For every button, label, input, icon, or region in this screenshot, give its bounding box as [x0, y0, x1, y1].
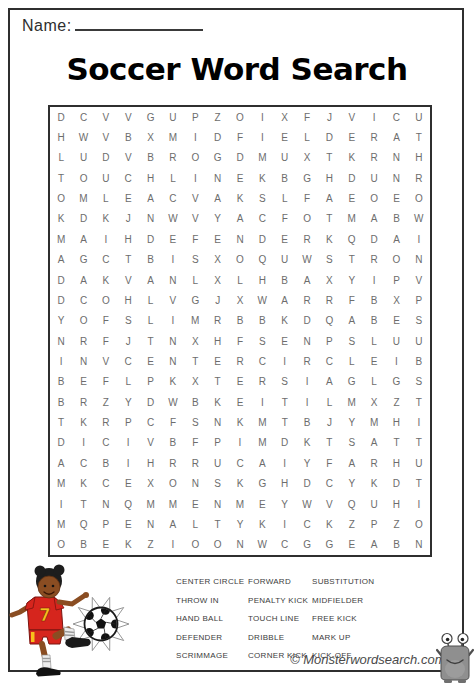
- grid-cell[interactable]: D: [50, 433, 72, 453]
- grid-cell[interactable]: T: [408, 474, 430, 494]
- grid-cell[interactable]: E: [139, 351, 161, 371]
- grid-cell[interactable]: D: [50, 107, 72, 127]
- grid-cell[interactable]: R: [72, 392, 94, 412]
- grid-cell[interactable]: I: [408, 494, 430, 514]
- grid-cell[interactable]: P: [408, 290, 430, 310]
- grid-cell[interactable]: C: [318, 351, 340, 371]
- grid-cell[interactable]: M: [72, 188, 94, 208]
- grid-cell[interactable]: L: [363, 331, 385, 351]
- grid-cell[interactable]: O: [229, 107, 251, 127]
- grid-cell[interactable]: K: [72, 412, 94, 432]
- grid-cell[interactable]: X: [385, 290, 407, 310]
- grid-cell[interactable]: I: [251, 127, 273, 147]
- grid-cell[interactable]: L: [274, 188, 296, 208]
- grid-cell[interactable]: B: [162, 433, 184, 453]
- grid-cell[interactable]: A: [229, 209, 251, 229]
- grid-cell[interactable]: C: [117, 351, 139, 371]
- grid-cell[interactable]: X: [139, 127, 161, 147]
- grid-cell[interactable]: K: [318, 229, 340, 249]
- grid-cell[interactable]: E: [229, 372, 251, 392]
- grid-cell[interactable]: E: [117, 188, 139, 208]
- grid-cell[interactable]: R: [95, 412, 117, 432]
- grid-cell[interactable]: C: [72, 290, 94, 310]
- grid-cell[interactable]: N: [229, 535, 251, 555]
- grid-cell[interactable]: I: [251, 392, 273, 412]
- grid-cell[interactable]: H: [206, 331, 228, 351]
- grid-cell[interactable]: C: [139, 412, 161, 432]
- grid-cell[interactable]: P: [206, 433, 228, 453]
- grid-cell[interactable]: X: [318, 270, 340, 290]
- grid-cell[interactable]: B: [139, 148, 161, 168]
- grid-cell[interactable]: I: [229, 433, 251, 453]
- grid-cell[interactable]: F: [162, 412, 184, 432]
- grid-cell[interactable]: O: [206, 535, 228, 555]
- grid-cell[interactable]: N: [296, 331, 318, 351]
- grid-cell[interactable]: I: [274, 453, 296, 473]
- grid-cell[interactable]: N: [229, 229, 251, 249]
- grid-cell[interactable]: P: [363, 514, 385, 534]
- grid-cell[interactable]: K: [229, 474, 251, 494]
- grid-cell[interactable]: T: [318, 209, 340, 229]
- grid-cell[interactable]: I: [117, 433, 139, 453]
- grid-cell[interactable]: C: [318, 474, 340, 494]
- grid-cell[interactable]: I: [296, 392, 318, 412]
- grid-cell[interactable]: V: [117, 148, 139, 168]
- grid-cell[interactable]: C: [296, 514, 318, 534]
- grid-cell[interactable]: N: [162, 270, 184, 290]
- grid-cell[interactable]: T: [72, 494, 94, 514]
- grid-cell[interactable]: E: [274, 331, 296, 351]
- grid-cell[interactable]: K: [251, 514, 273, 534]
- grid-cell[interactable]: K: [363, 474, 385, 494]
- grid-cell[interactable]: M: [50, 514, 72, 534]
- grid-cell[interactable]: A: [385, 127, 407, 147]
- grid-cell[interactable]: G: [341, 372, 363, 392]
- grid-cell[interactable]: B: [251, 311, 273, 331]
- grid-cell[interactable]: U: [274, 148, 296, 168]
- grid-cell[interactable]: B: [385, 535, 407, 555]
- grid-cell[interactable]: H: [408, 148, 430, 168]
- grid-cell[interactable]: K: [72, 474, 94, 494]
- grid-cell[interactable]: H: [251, 270, 273, 290]
- grid-cell[interactable]: N: [385, 148, 407, 168]
- grid-cell[interactable]: S: [184, 412, 206, 432]
- grid-cell[interactable]: M: [341, 392, 363, 412]
- grid-cell[interactable]: V: [184, 209, 206, 229]
- grid-cell[interactable]: L: [229, 270, 251, 290]
- grid-cell[interactable]: Y: [341, 474, 363, 494]
- grid-cell[interactable]: D: [341, 168, 363, 188]
- grid-cell[interactable]: X: [206, 270, 228, 290]
- grid-cell[interactable]: Q: [117, 494, 139, 514]
- grid-cell[interactable]: U: [72, 148, 94, 168]
- grid-cell[interactable]: S: [206, 474, 228, 494]
- grid-cell[interactable]: S: [341, 331, 363, 351]
- grid-cell[interactable]: B: [50, 372, 72, 392]
- grid-cell[interactable]: Y: [341, 412, 363, 432]
- grid-cell[interactable]: U: [408, 107, 430, 127]
- grid-cell[interactable]: I: [274, 514, 296, 534]
- grid-cell[interactable]: N: [162, 351, 184, 371]
- grid-cell[interactable]: K: [274, 311, 296, 331]
- grid-cell[interactable]: V: [117, 107, 139, 127]
- grid-cell[interactable]: A: [251, 453, 273, 473]
- grid-cell[interactable]: R: [229, 351, 251, 371]
- grid-cell[interactable]: A: [363, 209, 385, 229]
- grid-cell[interactable]: M: [251, 433, 273, 453]
- grid-cell[interactable]: I: [50, 494, 72, 514]
- grid-cell[interactable]: U: [363, 494, 385, 514]
- grid-cell[interactable]: D: [50, 270, 72, 290]
- grid-cell[interactable]: A: [341, 453, 363, 473]
- grid-cell[interactable]: I: [184, 168, 206, 188]
- grid-cell[interactable]: V: [117, 270, 139, 290]
- grid-cell[interactable]: V: [318, 494, 340, 514]
- grid-cell[interactable]: L: [318, 392, 340, 412]
- grid-cell[interactable]: F: [296, 107, 318, 127]
- grid-cell[interactable]: C: [117, 168, 139, 188]
- grid-cell[interactable]: M: [184, 311, 206, 331]
- grid-cell[interactable]: V: [95, 127, 117, 147]
- grid-cell[interactable]: F: [229, 331, 251, 351]
- grid-cell[interactable]: Z: [206, 107, 228, 127]
- grid-cell[interactable]: D: [251, 229, 273, 249]
- grid-cell[interactable]: T: [50, 412, 72, 432]
- grid-cell[interactable]: A: [50, 453, 72, 473]
- grid-cell[interactable]: O: [95, 290, 117, 310]
- grid-cell[interactable]: I: [408, 229, 430, 249]
- grid-cell[interactable]: E: [385, 311, 407, 331]
- grid-cell[interactable]: F: [95, 331, 117, 351]
- grid-cell[interactable]: N: [162, 331, 184, 351]
- grid-cell[interactable]: S: [408, 372, 430, 392]
- grid-cell[interactable]: N: [139, 209, 161, 229]
- grid-cell[interactable]: S: [274, 372, 296, 392]
- grid-cell[interactable]: N: [408, 250, 430, 270]
- grid-cell[interactable]: P: [117, 412, 139, 432]
- grid-cell[interactable]: G: [139, 107, 161, 127]
- grid-cell[interactable]: O: [408, 188, 430, 208]
- grid-cell[interactable]: Y: [206, 209, 228, 229]
- grid-cell[interactable]: E: [117, 474, 139, 494]
- grid-cell[interactable]: H: [385, 494, 407, 514]
- grid-cell[interactable]: K: [251, 168, 273, 188]
- grid-cell[interactable]: S: [341, 433, 363, 453]
- grid-cell[interactable]: J: [318, 107, 340, 127]
- grid-cell[interactable]: V: [408, 270, 430, 290]
- grid-cell[interactable]: M: [251, 148, 273, 168]
- grid-cell[interactable]: S: [318, 250, 340, 270]
- grid-cell[interactable]: H: [117, 229, 139, 249]
- grid-cell[interactable]: A: [50, 250, 72, 270]
- grid-cell[interactable]: P: [139, 372, 161, 392]
- grid-cell[interactable]: T: [117, 250, 139, 270]
- grid-cell[interactable]: R: [296, 229, 318, 249]
- grid-cell[interactable]: R: [162, 453, 184, 473]
- grid-cell[interactable]: R: [162, 148, 184, 168]
- grid-cell[interactable]: K: [341, 148, 363, 168]
- grid-cell[interactable]: D: [385, 474, 407, 494]
- grid-cell[interactable]: R: [206, 311, 228, 331]
- grid-cell[interactable]: E: [274, 127, 296, 147]
- grid-cell[interactable]: J: [117, 331, 139, 351]
- grid-cell[interactable]: R: [251, 372, 273, 392]
- grid-cell[interactable]: O: [72, 168, 94, 188]
- grid-cell[interactable]: M: [229, 494, 251, 514]
- grid-cell[interactable]: O: [184, 535, 206, 555]
- grid-cell[interactable]: D: [296, 311, 318, 331]
- grid-cell[interactable]: N: [385, 168, 407, 188]
- grid-cell[interactable]: F: [184, 229, 206, 249]
- grid-cell[interactable]: P: [385, 270, 407, 290]
- grid-cell[interactable]: V: [139, 433, 161, 453]
- grid-cell[interactable]: A: [363, 433, 385, 453]
- grid-cell[interactable]: U: [162, 107, 184, 127]
- grid-cell[interactable]: C: [274, 535, 296, 555]
- grid-cell[interactable]: A: [139, 270, 161, 290]
- grid-cell[interactable]: B: [50, 392, 72, 412]
- grid-cell[interactable]: O: [72, 311, 94, 331]
- grid-cell[interactable]: O: [229, 250, 251, 270]
- grid-cell[interactable]: H: [385, 453, 407, 473]
- grid-cell[interactable]: K: [318, 514, 340, 534]
- grid-cell[interactable]: D: [318, 127, 340, 147]
- grid-cell[interactable]: T: [318, 433, 340, 453]
- grid-cell[interactable]: W: [251, 290, 273, 310]
- grid-cell[interactable]: Z: [139, 535, 161, 555]
- grid-cell[interactable]: R: [363, 127, 385, 147]
- grid-cell[interactable]: F: [229, 127, 251, 147]
- grid-cell[interactable]: C: [95, 433, 117, 453]
- grid-cell[interactable]: G: [251, 474, 273, 494]
- grid-cell[interactable]: W: [296, 250, 318, 270]
- grid-cell[interactable]: O: [184, 148, 206, 168]
- grid-cell[interactable]: R: [296, 351, 318, 371]
- grid-cell[interactable]: T: [385, 433, 407, 453]
- grid-cell[interactable]: Z: [341, 514, 363, 534]
- grid-cell[interactable]: W: [162, 209, 184, 229]
- grid-cell[interactable]: W: [162, 392, 184, 412]
- grid-cell[interactable]: C: [72, 107, 94, 127]
- grid-cell[interactable]: I: [72, 433, 94, 453]
- grid-cell[interactable]: F: [184, 433, 206, 453]
- grid-cell[interactable]: L: [184, 270, 206, 290]
- grid-cell[interactable]: G: [296, 168, 318, 188]
- grid-cell[interactable]: H: [139, 453, 161, 473]
- grid-cell[interactable]: H: [318, 168, 340, 188]
- grid-cell[interactable]: C: [95, 474, 117, 494]
- grid-cell[interactable]: W: [72, 127, 94, 147]
- grid-cell[interactable]: E: [229, 392, 251, 412]
- grid-cell[interactable]: B: [139, 250, 161, 270]
- grid-cell[interactable]: O: [162, 474, 184, 494]
- grid-cell[interactable]: K: [296, 433, 318, 453]
- grid-cell[interactable]: J: [206, 290, 228, 310]
- grid-cell[interactable]: N: [72, 351, 94, 371]
- grid-cell[interactable]: D: [95, 148, 117, 168]
- grid-cell[interactable]: K: [95, 209, 117, 229]
- grid-cell[interactable]: A: [296, 270, 318, 290]
- grid-cell[interactable]: W: [251, 535, 273, 555]
- grid-cell[interactable]: X: [184, 372, 206, 392]
- grid-cell[interactable]: M: [139, 494, 161, 514]
- grid-cell[interactable]: N: [408, 535, 430, 555]
- grid-cell[interactable]: T: [50, 168, 72, 188]
- grid-cell[interactable]: E: [341, 188, 363, 208]
- grid-cell[interactable]: Y: [274, 494, 296, 514]
- grid-cell[interactable]: B: [385, 209, 407, 229]
- grid-cell[interactable]: V: [341, 107, 363, 127]
- grid-cell[interactable]: Q: [251, 250, 273, 270]
- grid-cell[interactable]: B: [184, 392, 206, 412]
- grid-cell[interactable]: A: [206, 188, 228, 208]
- grid-cell[interactable]: B: [229, 311, 251, 331]
- grid-cell[interactable]: V: [184, 188, 206, 208]
- grid-cell[interactable]: H: [385, 412, 407, 432]
- grid-cell[interactable]: M: [162, 127, 184, 147]
- grid-cell[interactable]: R: [408, 168, 430, 188]
- grid-cell[interactable]: U: [206, 453, 228, 473]
- grid-cell[interactable]: T: [408, 433, 430, 453]
- grid-cell[interactable]: W: [296, 494, 318, 514]
- grid-cell[interactable]: Q: [72, 514, 94, 534]
- grid-cell[interactable]: K: [229, 412, 251, 432]
- grid-cell[interactable]: U: [363, 168, 385, 188]
- grid-cell[interactable]: D: [296, 474, 318, 494]
- grid-cell[interactable]: A: [385, 229, 407, 249]
- grid-cell[interactable]: I: [162, 311, 184, 331]
- grid-cell[interactable]: T: [318, 148, 340, 168]
- grid-cell[interactable]: G: [385, 372, 407, 392]
- grid-cell[interactable]: K: [229, 188, 251, 208]
- grid-cell[interactable]: O: [50, 188, 72, 208]
- grid-cell[interactable]: F: [95, 372, 117, 392]
- grid-cell[interactable]: H: [139, 168, 161, 188]
- grid-cell[interactable]: U: [385, 331, 407, 351]
- grid-cell[interactable]: I: [184, 127, 206, 147]
- grid-cell[interactable]: X: [229, 290, 251, 310]
- grid-cell[interactable]: I: [408, 412, 430, 432]
- grid-cell[interactable]: I: [95, 229, 117, 249]
- grid-cell[interactable]: Y: [341, 270, 363, 290]
- grid-cell[interactable]: E: [385, 188, 407, 208]
- grid-cell[interactable]: L: [139, 290, 161, 310]
- grid-cell[interactable]: Z: [95, 392, 117, 412]
- grid-cell[interactable]: S: [184, 250, 206, 270]
- grid-cell[interactable]: R: [184, 453, 206, 473]
- grid-cell[interactable]: G: [206, 148, 228, 168]
- grid-cell[interactable]: B: [408, 351, 430, 371]
- grid-cell[interactable]: F: [274, 209, 296, 229]
- grid-cell[interactable]: M: [50, 474, 72, 494]
- grid-cell[interactable]: E: [363, 351, 385, 371]
- grid-cell[interactable]: C: [72, 453, 94, 473]
- grid-cell[interactable]: U: [274, 250, 296, 270]
- grid-cell[interactable]: I: [296, 372, 318, 392]
- grid-cell[interactable]: I: [251, 107, 273, 127]
- grid-cell[interactable]: M: [363, 412, 385, 432]
- grid-cell[interactable]: F: [95, 311, 117, 331]
- grid-cell[interactable]: A: [274, 290, 296, 310]
- grid-cell[interactable]: S: [117, 311, 139, 331]
- grid-cell[interactable]: G: [296, 535, 318, 555]
- grid-cell[interactable]: I: [50, 351, 72, 371]
- grid-cell[interactable]: E: [162, 229, 184, 249]
- grid-cell[interactable]: V: [162, 290, 184, 310]
- grid-cell[interactable]: J: [117, 209, 139, 229]
- grid-cell[interactable]: T: [206, 514, 228, 534]
- grid-cell[interactable]: E: [341, 535, 363, 555]
- grid-cell[interactable]: N: [95, 494, 117, 514]
- grid-cell[interactable]: N: [206, 168, 228, 188]
- grid-cell[interactable]: D: [206, 127, 228, 147]
- grid-cell[interactable]: T: [341, 250, 363, 270]
- grid-cell[interactable]: Z: [385, 392, 407, 412]
- grid-cell[interactable]: Y: [117, 392, 139, 412]
- grid-cell[interactable]: D: [274, 433, 296, 453]
- grid-cell[interactable]: E: [341, 127, 363, 147]
- grid-cell[interactable]: R: [363, 148, 385, 168]
- grid-cell[interactable]: J: [318, 412, 340, 432]
- grid-cell[interactable]: M: [50, 229, 72, 249]
- grid-cell[interactable]: Y: [296, 453, 318, 473]
- grid-cell[interactable]: M: [251, 412, 273, 432]
- grid-cell[interactable]: B: [117, 127, 139, 147]
- grid-cell[interactable]: C: [251, 209, 273, 229]
- grid-cell[interactable]: W: [408, 209, 430, 229]
- grid-cell[interactable]: T: [139, 331, 161, 351]
- grid-cell[interactable]: O: [363, 188, 385, 208]
- grid-cell[interactable]: L: [117, 372, 139, 392]
- grid-cell[interactable]: U: [408, 331, 430, 351]
- grid-cell[interactable]: E: [229, 168, 251, 188]
- grid-cell[interactable]: S: [251, 188, 273, 208]
- grid-cell[interactable]: S: [251, 331, 273, 351]
- grid-cell[interactable]: E: [274, 229, 296, 249]
- grid-cell[interactable]: C: [385, 107, 407, 127]
- grid-cell[interactable]: B: [274, 168, 296, 188]
- grid-cell[interactable]: B: [296, 412, 318, 432]
- grid-cell[interactable]: O: [385, 250, 407, 270]
- grid-cell[interactable]: K: [95, 270, 117, 290]
- grid-cell[interactable]: E: [117, 514, 139, 534]
- grid-cell[interactable]: F: [318, 453, 340, 473]
- grid-cell[interactable]: V: [95, 107, 117, 127]
- grid-cell[interactable]: P: [184, 107, 206, 127]
- grid-cell[interactable]: A: [318, 188, 340, 208]
- grid-cell[interactable]: G: [184, 290, 206, 310]
- grid-cell[interactable]: I: [117, 453, 139, 473]
- grid-cell[interactable]: C: [251, 351, 273, 371]
- grid-cell[interactable]: T: [408, 127, 430, 147]
- name-input-line[interactable]: [75, 15, 203, 31]
- grid-cell[interactable]: E: [206, 351, 228, 371]
- grid-cell[interactable]: A: [139, 188, 161, 208]
- grid-cell[interactable]: Y: [50, 311, 72, 331]
- grid-cell[interactable]: O: [296, 209, 318, 229]
- grid-cell[interactable]: Q: [318, 311, 340, 331]
- grid-cell[interactable]: L: [296, 127, 318, 147]
- grid-cell[interactable]: R: [296, 290, 318, 310]
- grid-cell[interactable]: I: [162, 535, 184, 555]
- grid-cell[interactable]: L: [95, 188, 117, 208]
- grid-cell[interactable]: B: [363, 311, 385, 331]
- grid-cell[interactable]: B: [363, 290, 385, 310]
- grid-cell[interactable]: N: [50, 331, 72, 351]
- grid-cell[interactable]: M: [341, 209, 363, 229]
- grid-cell[interactable]: B: [274, 270, 296, 290]
- grid-cell[interactable]: N: [139, 514, 161, 534]
